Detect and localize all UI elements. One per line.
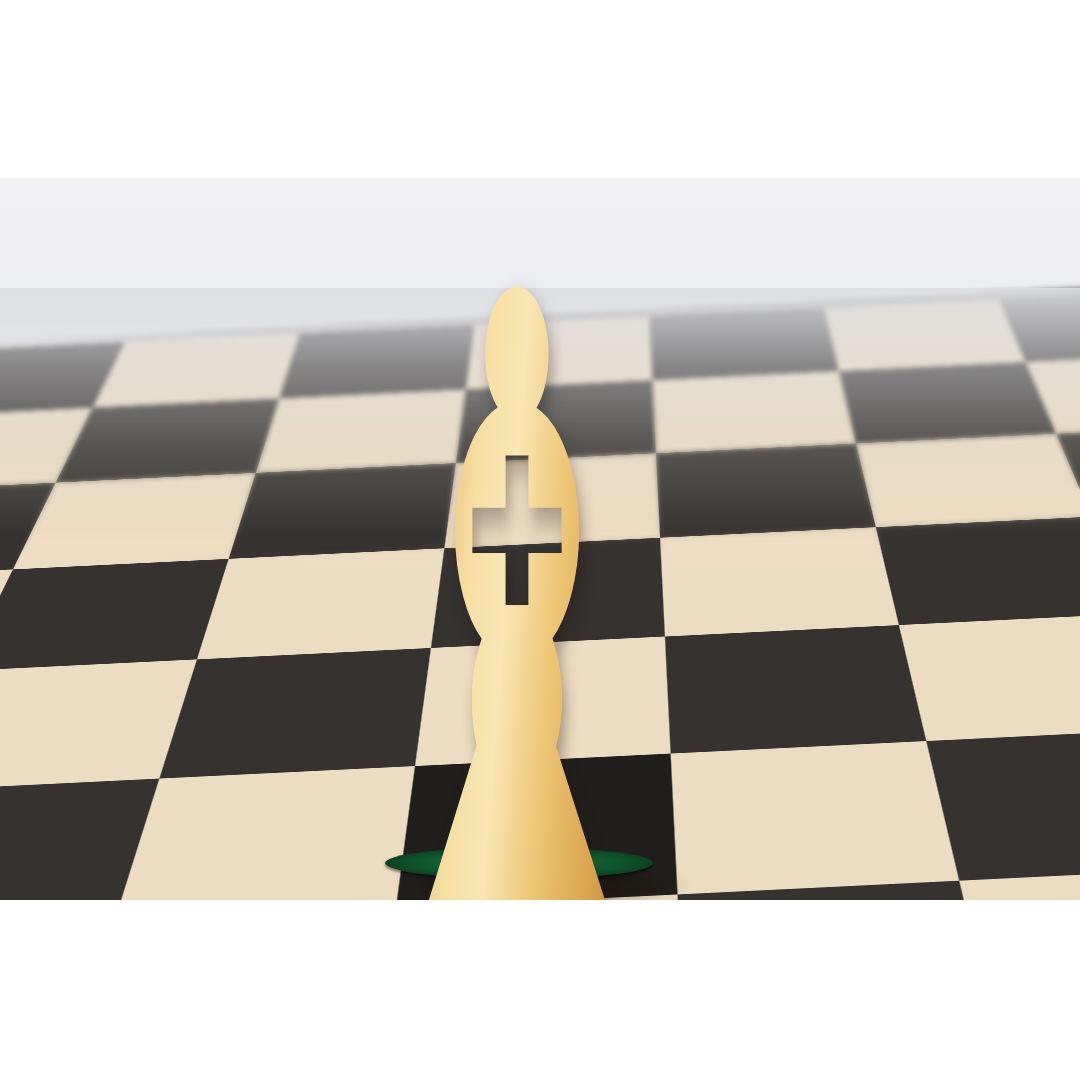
photo-area: ♝ [0, 178, 1080, 900]
board-square [671, 741, 960, 894]
board-square [0, 559, 229, 671]
board-square [899, 614, 1080, 741]
letterbox-bottom [0, 900, 1080, 1080]
board-square [665, 625, 926, 753]
board-square [876, 517, 1080, 625]
board-square [660, 527, 899, 636]
board-square [824, 299, 1026, 371]
board-square [839, 362, 1056, 444]
letterbox-top [0, 0, 1080, 178]
bishop-glyph: ♝ [340, 188, 695, 900]
board-square [93, 333, 300, 407]
board-square [856, 434, 1080, 527]
product-photo-stage: ♝ [0, 0, 1080, 1080]
